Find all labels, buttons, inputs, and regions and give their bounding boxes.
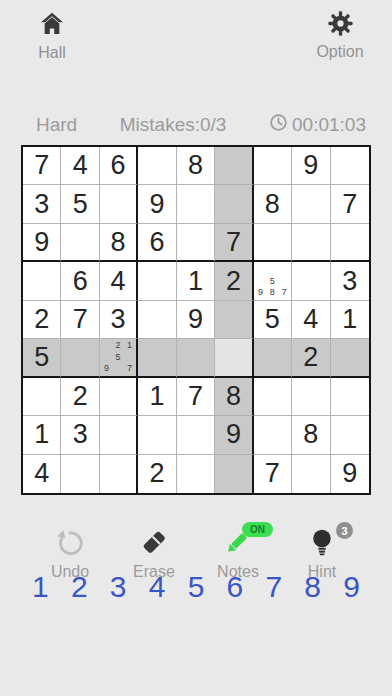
cell-r8c2[interactable]: 3 xyxy=(61,416,99,454)
cell-r4c9[interactable]: 3 xyxy=(331,262,369,300)
cell-r1c5[interactable]: 8 xyxy=(177,147,215,185)
home-icon xyxy=(38,10,66,42)
pencil-notes: 21597 xyxy=(101,340,135,374)
cell-r5c9[interactable]: 1 xyxy=(331,301,369,339)
cell-r6c9[interactable] xyxy=(331,339,369,377)
cell-r1c4[interactable] xyxy=(138,147,176,185)
cell-r9c2[interactable] xyxy=(61,455,99,493)
cell-r8c4[interactable] xyxy=(138,416,176,454)
cell-r5c1[interactable]: 2 xyxy=(23,301,61,339)
hall-label: Hall xyxy=(38,44,66,62)
numpad-7[interactable]: 7 xyxy=(254,569,293,605)
cell-r7c3[interactable] xyxy=(100,378,138,416)
cell-r8c5[interactable] xyxy=(177,416,215,454)
cell-r3c7[interactable] xyxy=(254,224,292,262)
cell-r9c6[interactable] xyxy=(215,455,253,493)
cell-r3c1[interactable]: 9 xyxy=(23,224,61,262)
cell-r2c6[interactable] xyxy=(215,185,253,223)
numpad-4[interactable]: 4 xyxy=(138,569,177,605)
cell-r3c8[interactable] xyxy=(292,224,330,262)
cell-r3c2[interactable] xyxy=(61,224,99,262)
cell-r9c3[interactable] xyxy=(100,455,138,493)
cell-r7c9[interactable] xyxy=(331,378,369,416)
cell-r5c6[interactable] xyxy=(215,301,253,339)
cell-r8c9[interactable] xyxy=(331,416,369,454)
numpad-9[interactable]: 9 xyxy=(332,569,371,605)
cell-r6c4[interactable] xyxy=(138,339,176,377)
cell-r4c7[interactable]: 5987 xyxy=(254,262,292,300)
cell-r5c8[interactable]: 4 xyxy=(292,301,330,339)
cell-r4c5[interactable]: 1 xyxy=(177,262,215,300)
cell-r1c8[interactable]: 9 xyxy=(292,147,330,185)
cell-r4c2[interactable]: 6 xyxy=(61,262,99,300)
cell-r1c1[interactable]: 7 xyxy=(23,147,61,185)
cell-r4c6[interactable]: 2 xyxy=(215,262,253,300)
cell-r2c3[interactable] xyxy=(100,185,138,223)
cell-r5c4[interactable] xyxy=(138,301,176,339)
numpad-8[interactable]: 8 xyxy=(293,569,332,605)
cell-r1c3[interactable]: 6 xyxy=(100,147,138,185)
eraser-icon xyxy=(139,527,169,561)
cell-r8c7[interactable] xyxy=(254,416,292,454)
cell-r3c5[interactable] xyxy=(177,224,215,262)
cell-r7c2[interactable]: 2 xyxy=(61,378,99,416)
cell-r2c1[interactable]: 3 xyxy=(23,185,61,223)
cell-r6c1[interactable]: 5 xyxy=(23,339,61,377)
cell-r3c4[interactable]: 6 xyxy=(138,224,176,262)
cell-r9c9[interactable]: 9 xyxy=(331,455,369,493)
cell-r5c2[interactable]: 7 xyxy=(61,301,99,339)
numpad-3[interactable]: 3 xyxy=(99,569,138,605)
cell-r2c4[interactable]: 9 xyxy=(138,185,176,223)
cell-r4c4[interactable] xyxy=(138,262,176,300)
gear-icon xyxy=(327,10,354,41)
numpad-6[interactable]: 6 xyxy=(215,569,254,605)
cell-r1c6[interactable] xyxy=(215,147,253,185)
option-button[interactable]: Option xyxy=(310,10,370,62)
cell-r7c6[interactable]: 8 xyxy=(215,378,253,416)
cell-r4c1[interactable] xyxy=(23,262,61,300)
number-pad: 123456789 xyxy=(21,569,371,605)
cell-r2c7[interactable]: 8 xyxy=(254,185,292,223)
cell-r6c3[interactable]: 21597 xyxy=(100,339,138,377)
cell-r1c2[interactable]: 4 xyxy=(61,147,99,185)
hall-button[interactable]: Hall xyxy=(22,10,82,62)
status-row: Hard Mistakes:0/3 00:01:03 xyxy=(36,113,366,137)
timer-value: 00:01:03 xyxy=(292,114,366,136)
cell-r6c5[interactable] xyxy=(177,339,215,377)
numpad-5[interactable]: 5 xyxy=(177,569,216,605)
cell-r2c8[interactable] xyxy=(292,185,330,223)
numpad-1[interactable]: 1 xyxy=(21,569,60,605)
cell-r7c4[interactable]: 1 xyxy=(138,378,176,416)
cell-r6c7[interactable] xyxy=(254,339,292,377)
cell-r8c8[interactable]: 8 xyxy=(292,416,330,454)
cell-r9c8[interactable] xyxy=(292,455,330,493)
cell-r6c2[interactable] xyxy=(61,339,99,377)
cell-r7c8[interactable] xyxy=(292,378,330,416)
mistakes-counter: Mistakes:0/3 xyxy=(120,114,227,136)
difficulty-label: Hard xyxy=(36,114,77,136)
cell-r5c7[interactable]: 5 xyxy=(254,301,292,339)
numpad-2[interactable]: 2 xyxy=(60,569,99,605)
sudoku-board: 7468935987986764125987327395415215972217… xyxy=(21,145,371,495)
cell-r9c4[interactable]: 2 xyxy=(138,455,176,493)
cell-r9c7[interactable]: 7 xyxy=(254,455,292,493)
hint-count-badge: 3 xyxy=(336,522,353,539)
cell-r2c9[interactable]: 7 xyxy=(331,185,369,223)
cell-r9c1[interactable]: 4 xyxy=(23,455,61,493)
cell-r9c5[interactable] xyxy=(177,455,215,493)
cell-r2c5[interactable] xyxy=(177,185,215,223)
cell-r7c7[interactable] xyxy=(254,378,292,416)
cell-r4c3[interactable]: 4 xyxy=(100,262,138,300)
timer: 00:01:03 xyxy=(269,113,366,137)
cell-r1c7[interactable] xyxy=(254,147,292,185)
cell-r7c5[interactable]: 7 xyxy=(177,378,215,416)
cell-r5c5[interactable]: 9 xyxy=(177,301,215,339)
cell-r8c6[interactable]: 9 xyxy=(215,416,253,454)
top-bar: Hall Option xyxy=(0,10,392,62)
cell-r5c3[interactable]: 3 xyxy=(100,301,138,339)
pencil-notes: 5987 xyxy=(255,263,290,298)
bulb-icon xyxy=(307,527,337,561)
notes-on-badge: ON xyxy=(242,522,273,537)
cell-r4c8[interactable] xyxy=(292,262,330,300)
undo-icon xyxy=(55,527,85,561)
cell-r6c6[interactable] xyxy=(215,339,253,377)
clock-icon xyxy=(269,113,288,137)
cell-r2c2[interactable]: 5 xyxy=(61,185,99,223)
cell-r8c1[interactable]: 1 xyxy=(23,416,61,454)
option-label: Option xyxy=(316,43,363,61)
cell-r3c9[interactable] xyxy=(331,224,369,262)
cell-r3c3[interactable]: 8 xyxy=(100,224,138,262)
cell-r6c8[interactable]: 2 xyxy=(292,339,330,377)
cell-r1c9[interactable] xyxy=(331,147,369,185)
cell-r8c3[interactable] xyxy=(100,416,138,454)
cell-r3c6[interactable]: 7 xyxy=(215,224,253,262)
cell-r7c1[interactable] xyxy=(23,378,61,416)
